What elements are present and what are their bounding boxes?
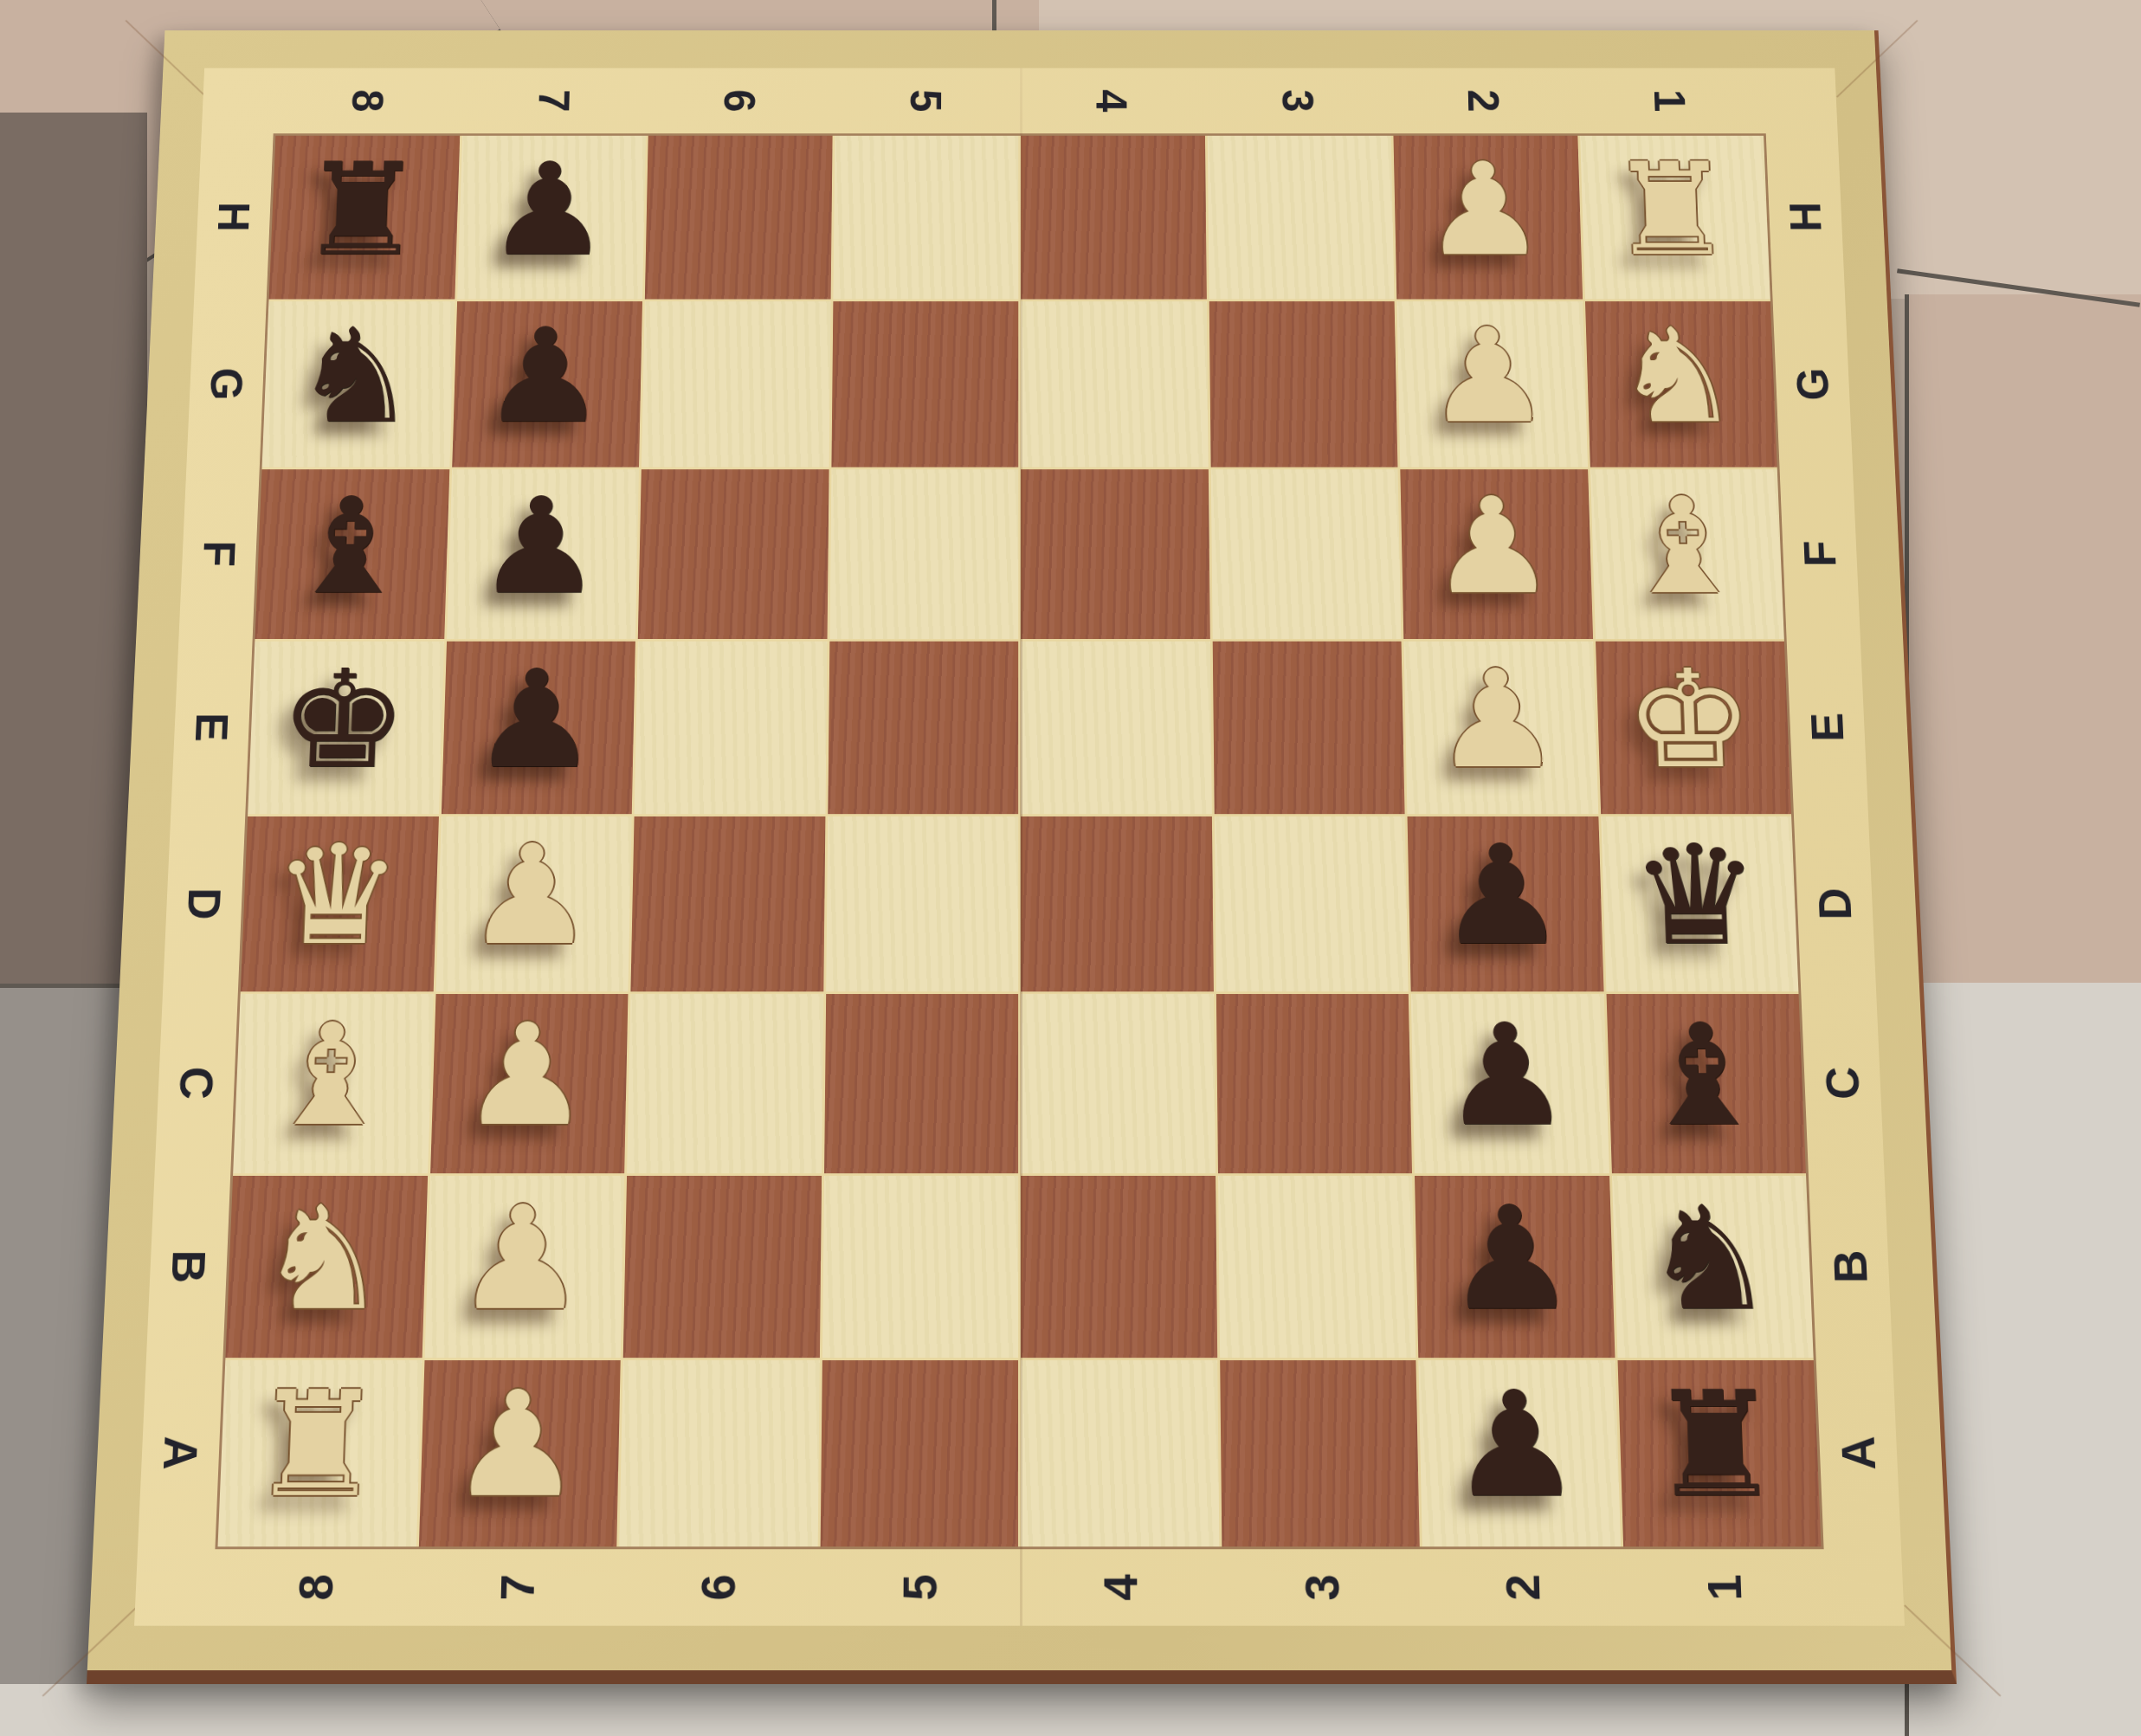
piece-light-bishop[interactable]: ♝ (262, 1005, 398, 1146)
right-file-label-A: A (1762, 1416, 1955, 1491)
border-corner (202, 68, 276, 134)
bottom-rank-label-2: 2 (1481, 1490, 1564, 1687)
square-c4[interactable] (1021, 994, 1216, 1173)
square-h2[interactable]: ♟ (1393, 136, 1582, 300)
border-corner (1824, 1549, 1905, 1625)
right-file-label-D: D (1741, 868, 1928, 939)
left-file-label-C: C (101, 1047, 291, 1120)
square-d5[interactable] (826, 816, 1018, 991)
piece-dark-pawn[interactable]: ♟ (1443, 1187, 1579, 1330)
scene: 87654321H♜♟♟♜HG♞♟♟♞GF♝♟♟♝FE♚♟♟♚ED♛♟♟♛DC♝… (0, 0, 2141, 1736)
square-f4[interactable] (1021, 469, 1209, 639)
piece-light-pawn[interactable]: ♟ (454, 1187, 590, 1330)
square-d7[interactable]: ♟ (435, 816, 632, 991)
square-f2[interactable]: ♟ (1400, 469, 1592, 639)
square-c7[interactable]: ♟ (430, 994, 629, 1173)
piece-dark-bishop[interactable]: ♝ (283, 480, 416, 612)
square-c6[interactable] (627, 994, 823, 1173)
square-b5[interactable] (822, 1176, 1018, 1358)
piece-light-pawn[interactable]: ♟ (1431, 652, 1563, 787)
square-f7[interactable]: ♟ (447, 469, 639, 639)
left-file-label-A: A (84, 1416, 277, 1491)
piece-light-pawn[interactable]: ♟ (459, 1005, 593, 1146)
square-d2[interactable]: ♟ (1408, 816, 1604, 991)
left-file-label-E: E (119, 692, 304, 762)
piece-dark-pawn[interactable]: ♟ (469, 652, 601, 787)
square-f6[interactable] (638, 469, 829, 639)
square-e4[interactable] (1021, 642, 1211, 814)
piece-light-pawn[interactable]: ♟ (1424, 312, 1553, 442)
square-c5[interactable] (824, 994, 1019, 1173)
square-e5[interactable] (828, 642, 1018, 814)
top-rank-label-6: 6 (703, 17, 777, 185)
border-corner (134, 1549, 215, 1625)
bottom-rank-label-8: 8 (273, 1490, 358, 1687)
piece-dark-pawn[interactable]: ♟ (474, 480, 605, 612)
piece-dark-rook[interactable]: ♜ (297, 145, 427, 274)
square-b6[interactable] (623, 1176, 822, 1358)
right-file-label-H: H (1715, 184, 1895, 250)
square-b4[interactable] (1021, 1176, 1217, 1358)
floor-tile-right (1909, 294, 2141, 987)
top-rank-label-4: 4 (1076, 17, 1149, 185)
square-d3[interactable] (1214, 816, 1408, 991)
square-e3[interactable] (1212, 642, 1404, 814)
bottom-rank-label-1: 1 (1681, 1490, 1766, 1687)
bottom-rank-label-7: 7 (475, 1490, 558, 1687)
right-file-label-F: F (1728, 520, 1912, 588)
square-b3[interactable] (1218, 1176, 1416, 1358)
left-file-label-F: F (127, 520, 311, 588)
square-c2[interactable]: ♟ (1411, 994, 1609, 1173)
bottom-rank-label-6: 6 (677, 1490, 758, 1687)
piece-light-pawn[interactable]: ♟ (1428, 480, 1558, 612)
square-h7[interactable]: ♟ (457, 136, 646, 300)
left-file-label-B: B (93, 1229, 284, 1304)
square-g2[interactable]: ♟ (1396, 301, 1587, 468)
square-c3[interactable] (1216, 994, 1412, 1173)
square-e6[interactable] (635, 642, 827, 814)
square-g7[interactable]: ♟ (452, 301, 642, 468)
piece-light-pawn[interactable]: ♟ (1420, 145, 1548, 274)
piece-dark-knight[interactable]: ♞ (290, 312, 421, 442)
top-rank-label-5: 5 (890, 17, 963, 185)
piece-dark-pawn[interactable]: ♟ (480, 312, 609, 442)
right-file-label-G: G (1722, 350, 1904, 417)
left-file-label-D: D (110, 868, 297, 939)
board-border-band: 87654321H♜♟♟♜HG♞♟♟♞GF♝♟♟♝FE♚♟♟♚ED♛♟♟♛DC♝… (134, 68, 1905, 1626)
square-d6[interactable] (630, 816, 825, 991)
bottom-rank-label-4: 4 (1081, 1490, 1160, 1687)
square-g4[interactable] (1021, 301, 1208, 468)
piece-dark-pawn[interactable]: ♟ (1435, 827, 1569, 965)
square-b7[interactable]: ♟ (424, 1176, 624, 1358)
square-g3[interactable] (1209, 301, 1397, 468)
piece-light-knight[interactable]: ♞ (255, 1187, 392, 1330)
square-e7[interactable]: ♟ (441, 642, 635, 814)
piece-dark-king[interactable]: ♚ (276, 652, 409, 787)
board-grid: 87654321H♜♟♟♜HG♞♟♟♞GF♝♟♟♝FE♚♟♟♚ED♛♟♟♛DC♝… (134, 68, 1905, 1626)
right-file-label-E: E (1735, 692, 1920, 762)
piece-light-queen[interactable]: ♛ (269, 827, 404, 965)
piece-light-pawn[interactable]: ♟ (464, 827, 597, 965)
square-g6[interactable] (642, 301, 830, 468)
square-b2[interactable]: ♟ (1415, 1176, 1615, 1358)
bottom-rank-label-5: 5 (880, 1490, 958, 1687)
right-file-label-C: C (1748, 1047, 1937, 1120)
square-f5[interactable] (829, 469, 1018, 639)
border-corner (1764, 68, 1838, 134)
left-file-label-H: H (144, 184, 324, 250)
square-f3[interactable] (1210, 469, 1401, 639)
square-g5[interactable] (831, 301, 1018, 468)
square-d4[interactable] (1021, 816, 1213, 991)
floor-tile-bottom (0, 1684, 2141, 1736)
piece-dark-pawn[interactable]: ♟ (484, 145, 612, 274)
piece-dark-pawn[interactable]: ♟ (1439, 1005, 1573, 1146)
board-frame: 87654321H♜♟♟♜HG♞♟♟♞GF♝♟♟♝FE♚♟♟♚ED♛♟♟♛DC♝… (87, 30, 1957, 1684)
square-e2[interactable]: ♟ (1403, 642, 1597, 814)
bottom-rank-label-3: 3 (1281, 1490, 1362, 1687)
chess-board: 87654321H♜♟♟♜HG♞♟♟♞GF♝♟♟♝FE♚♟♟♚ED♛♟♟♛DC♝… (87, 30, 1957, 1684)
right-file-label-B: B (1755, 1229, 1946, 1304)
left-file-label-G: G (135, 350, 317, 417)
top-rank-label-3: 3 (1261, 17, 1336, 185)
